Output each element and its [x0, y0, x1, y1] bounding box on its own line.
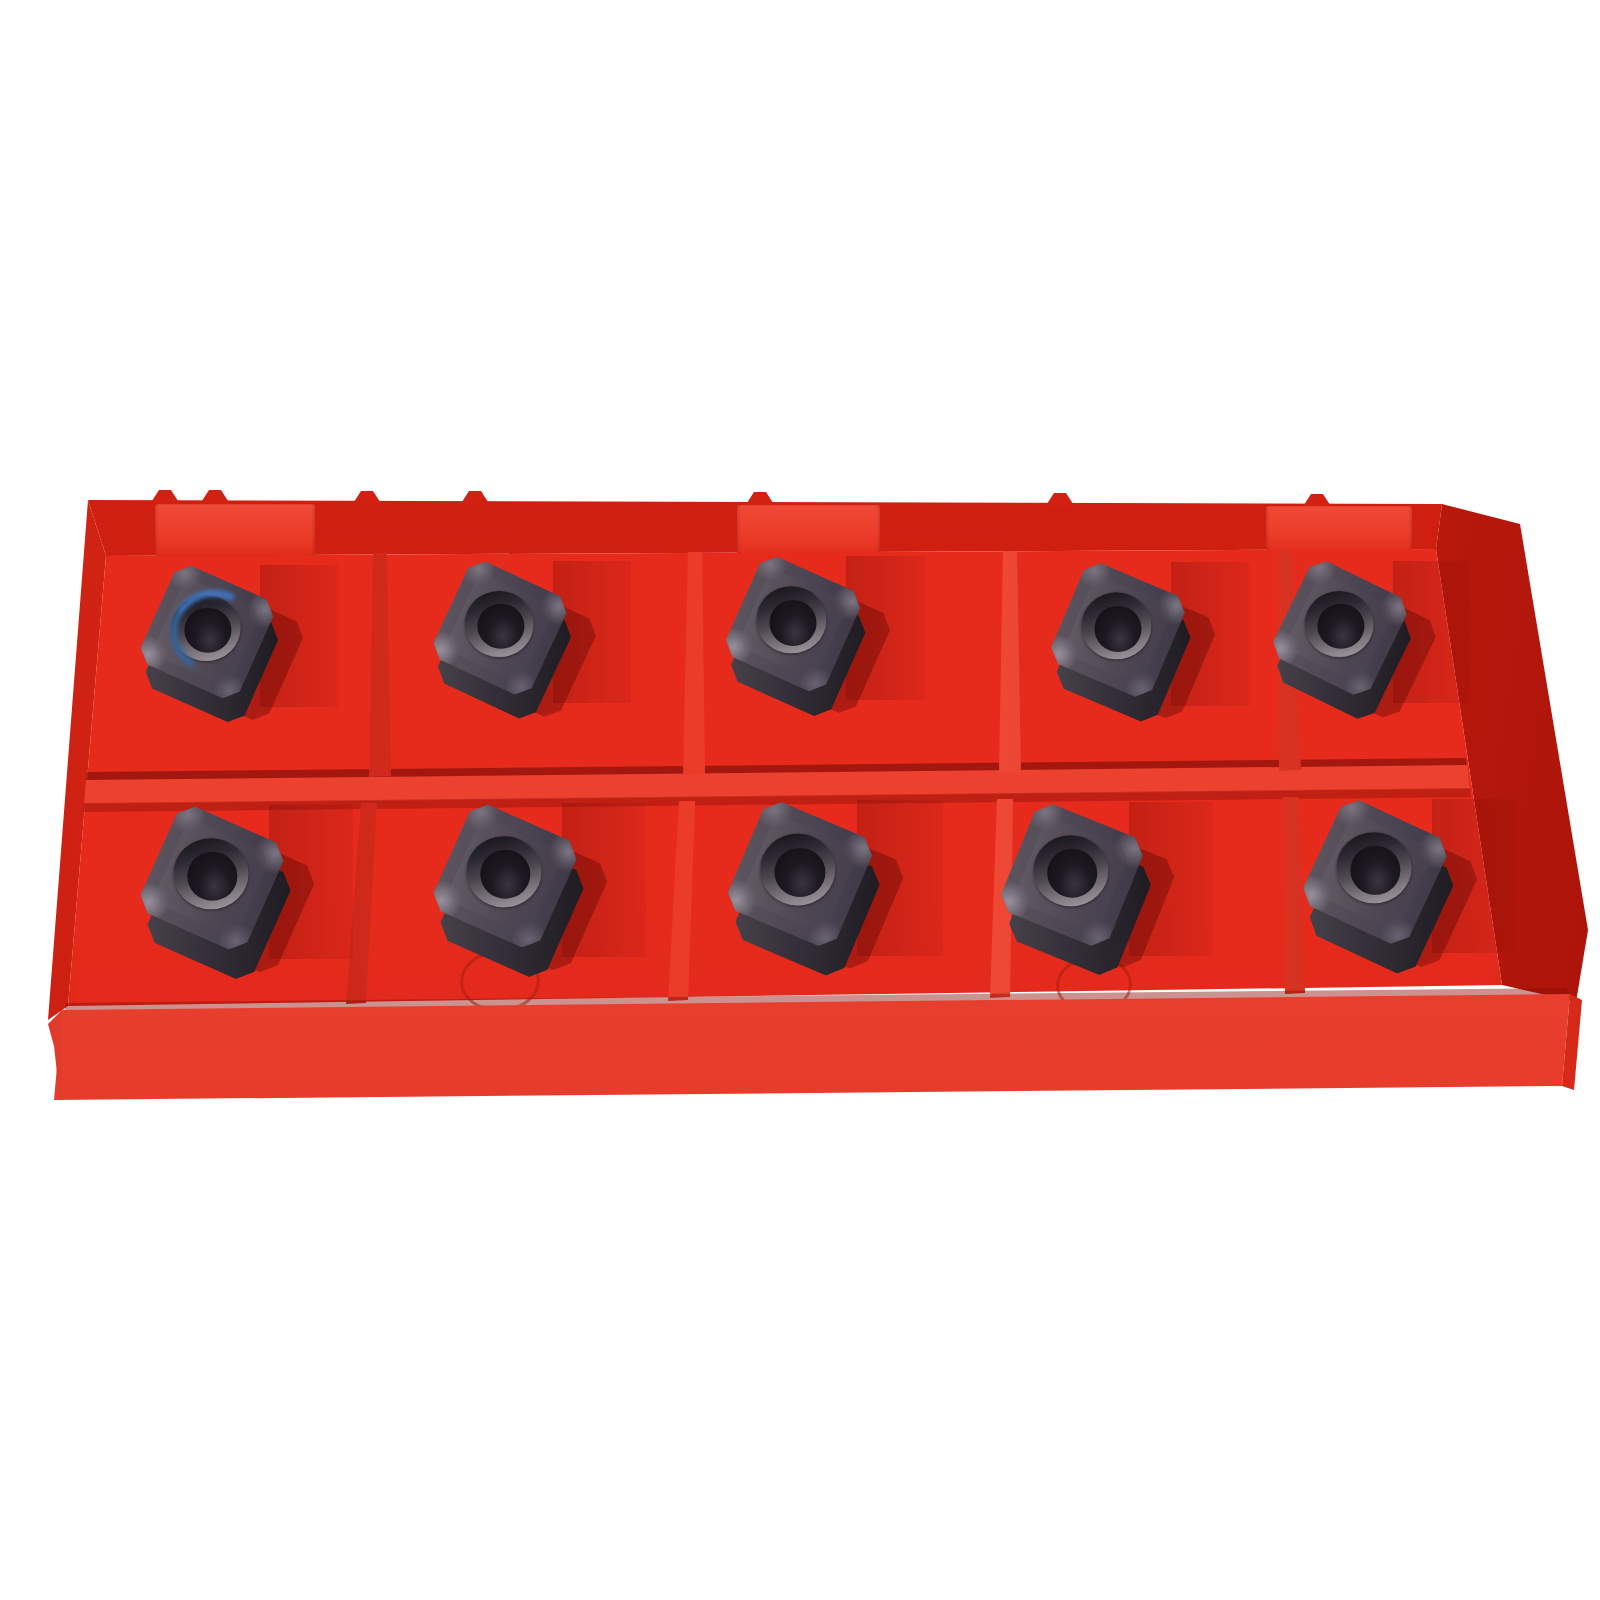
insert-center-hole [1317, 604, 1364, 649]
insert-center-hole [770, 600, 817, 646]
insert-center-hole [1047, 849, 1097, 898]
insert-center-hole [477, 604, 523, 649]
insert-center-hole [1350, 846, 1400, 895]
insert-center-hole [775, 848, 826, 897]
tray [0, 0, 1600, 1600]
insert-center-hole [187, 852, 237, 901]
photo-canvas [0, 0, 1600, 1600]
insert-center-hole [1095, 606, 1142, 652]
insert-center-hole [480, 850, 530, 899]
